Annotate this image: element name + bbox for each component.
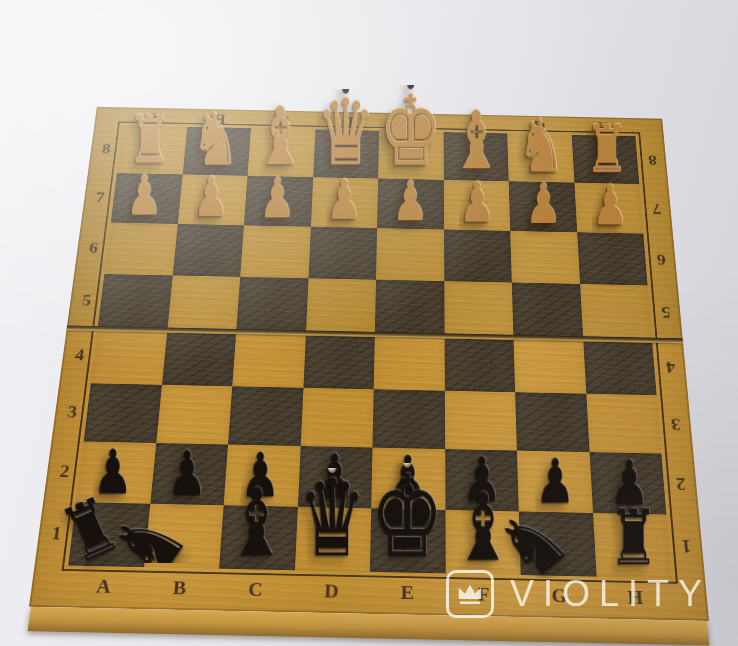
square-b2 xyxy=(150,443,228,505)
square-a1 xyxy=(68,502,150,567)
square-c7 xyxy=(244,176,313,227)
square-c5 xyxy=(236,277,308,332)
square-f5 xyxy=(444,281,514,336)
watermark-text: VIOLITY xyxy=(510,573,711,615)
board-surface: 87654321 87654321 ABCDEFGH ABCDEFGH xyxy=(29,107,709,621)
square-h8 xyxy=(571,135,639,184)
square-g6 xyxy=(510,231,579,284)
square-b7 xyxy=(177,174,247,225)
square-f2 xyxy=(445,449,519,511)
square-d2 xyxy=(297,446,372,508)
square-a8 xyxy=(117,125,187,174)
square-d1 xyxy=(294,507,371,572)
square-b8 xyxy=(182,127,251,176)
square-b5 xyxy=(167,275,240,330)
file-label-top-f: F xyxy=(443,115,507,133)
square-e5 xyxy=(375,280,444,335)
square-h7 xyxy=(574,183,643,234)
violity-watermark: VIOLITY xyxy=(446,570,711,618)
square-b3 xyxy=(156,385,232,445)
chess-board-box: 87654321 87654321 ABCDEFGH ABCDEFGH ♜♞♝♛… xyxy=(26,107,712,646)
square-e6 xyxy=(376,228,444,281)
rank-label-right-5: 5 xyxy=(651,285,681,339)
rank-label-right-3: 3 xyxy=(660,395,691,454)
square-g8 xyxy=(507,133,574,182)
square-g2 xyxy=(517,451,593,513)
square-h2 xyxy=(589,452,666,514)
square-b4 xyxy=(162,329,237,386)
square-f3 xyxy=(444,391,517,451)
square-f8 xyxy=(443,132,509,181)
file-label-bottom-a: A xyxy=(64,571,143,602)
rank-label-right-7: 7 xyxy=(643,184,672,234)
square-c2 xyxy=(224,445,301,507)
rank-label-right-2: 2 xyxy=(665,454,697,516)
file-label-bottom-d: D xyxy=(293,576,370,607)
square-c1 xyxy=(219,505,297,570)
square-f6 xyxy=(444,230,512,283)
square-g3 xyxy=(515,392,589,452)
square-b6 xyxy=(172,224,244,277)
file-label-top-d: D xyxy=(315,113,379,131)
square-c6 xyxy=(240,225,310,278)
crown-icon xyxy=(446,570,494,618)
square-g4 xyxy=(513,336,585,393)
square-d4 xyxy=(303,332,375,389)
square-c4 xyxy=(232,330,305,387)
square-a7 xyxy=(111,173,182,224)
crown-icon-svg xyxy=(455,581,485,607)
square-e7 xyxy=(377,179,444,230)
square-f7 xyxy=(443,180,510,231)
rank-label-right-8: 8 xyxy=(639,136,667,184)
file-label-bottom-c: C xyxy=(217,574,295,605)
file-label-top-c: C xyxy=(251,111,316,129)
square-c8 xyxy=(248,128,316,177)
dark-finial xyxy=(342,83,349,93)
square-a5 xyxy=(98,274,173,329)
square-d5 xyxy=(306,278,376,333)
square-e3 xyxy=(372,389,444,449)
square-h4 xyxy=(583,338,657,395)
square-g1 xyxy=(519,511,596,576)
file-label-top-a: A xyxy=(123,109,189,127)
square-d7 xyxy=(310,177,378,228)
square-d6 xyxy=(308,227,377,280)
square-e8 xyxy=(378,131,443,180)
square-h5 xyxy=(580,284,652,339)
scene: 87654321 87654321 ABCDEFGH ABCDEFGH ♜♞♝♛… xyxy=(0,0,738,646)
file-label-top-e: E xyxy=(379,114,443,132)
square-h3 xyxy=(586,394,662,454)
file-label-top-b: B xyxy=(187,110,252,128)
square-a6 xyxy=(104,223,177,276)
square-e4 xyxy=(374,333,445,390)
square-d8 xyxy=(313,129,379,178)
square-f4 xyxy=(444,335,515,392)
square-d3 xyxy=(300,388,373,448)
square-a2 xyxy=(76,442,156,504)
square-f1 xyxy=(445,510,521,575)
square-a4 xyxy=(91,328,167,385)
square-b1 xyxy=(144,504,224,569)
file-label-bottom-e: E xyxy=(369,577,445,608)
rank-label-right-6: 6 xyxy=(647,234,676,286)
square-e2 xyxy=(371,448,445,510)
photo-background: 87654321 87654321 ABCDEFGH ABCDEFGH ♜♞♝♛… xyxy=(0,0,738,646)
square-e1 xyxy=(370,508,445,573)
square-a3 xyxy=(84,383,162,443)
rank-label-right-4: 4 xyxy=(656,339,687,396)
file-label-top-g: G xyxy=(507,117,572,135)
square-h6 xyxy=(577,232,648,285)
square-h1 xyxy=(593,513,672,578)
board-grid xyxy=(68,125,671,578)
square-c3 xyxy=(228,386,303,446)
file-label-bottom-b: B xyxy=(140,573,218,604)
square-g5 xyxy=(512,283,583,338)
file-label-top-h: H xyxy=(570,118,635,136)
square-g7 xyxy=(509,181,577,232)
